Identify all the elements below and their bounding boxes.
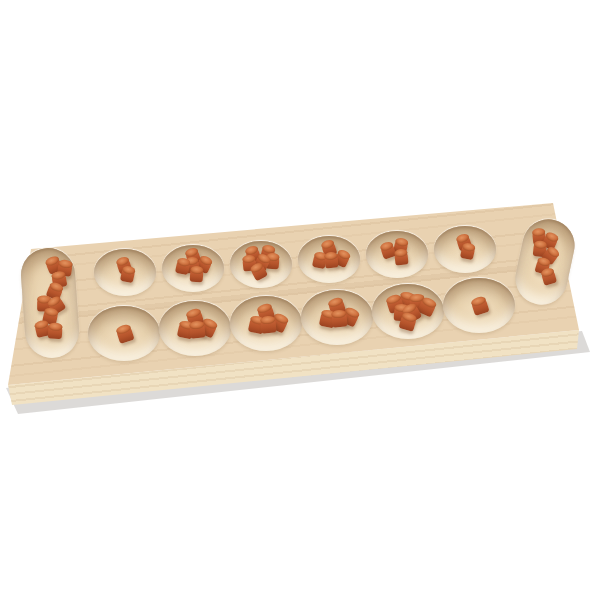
seed bbox=[459, 246, 474, 260]
seed bbox=[48, 326, 63, 339]
pit-far-1[interactable] bbox=[94, 249, 156, 296]
mancala-scene bbox=[0, 0, 600, 600]
pit-near-3[interactable] bbox=[230, 296, 302, 351]
seed bbox=[260, 319, 276, 333]
pit-far-3[interactable] bbox=[230, 241, 292, 288]
seed bbox=[119, 269, 134, 283]
seed bbox=[189, 270, 203, 283]
seed bbox=[394, 252, 408, 265]
pit-near-2[interactable] bbox=[159, 301, 231, 356]
pit-near-6[interactable] bbox=[443, 278, 515, 333]
seed bbox=[471, 299, 489, 316]
seed bbox=[116, 327, 134, 344]
seed bbox=[398, 315, 416, 332]
pit-near-5[interactable] bbox=[372, 284, 444, 339]
seed bbox=[174, 261, 189, 275]
seed bbox=[541, 271, 557, 286]
pit-far-6[interactable] bbox=[434, 226, 496, 273]
pit-far-2[interactable] bbox=[162, 245, 224, 292]
seed bbox=[324, 255, 338, 268]
pit-far-4[interactable] bbox=[298, 236, 360, 283]
pit-near-4[interactable] bbox=[301, 290, 373, 345]
pit-near-1[interactable] bbox=[88, 306, 160, 361]
seed bbox=[189, 324, 205, 338]
seed bbox=[331, 313, 347, 327]
store-left bbox=[19, 246, 81, 359]
pit-far-5[interactable] bbox=[366, 231, 428, 278]
